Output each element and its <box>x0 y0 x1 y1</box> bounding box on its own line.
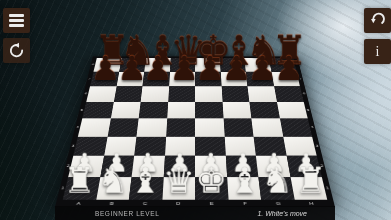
redo-rotate-icon <box>369 12 386 29</box>
piece-black-pawn[interactable]: ♟ <box>117 53 143 85</box>
square-f5[interactable] <box>222 102 251 119</box>
info-icon: i <box>376 45 380 59</box>
square-g7[interactable]: ♟ <box>246 72 274 87</box>
piece-white-rook[interactable]: ♜ <box>63 164 96 198</box>
square-a1[interactable]: ♜ <box>63 177 100 200</box>
piece-white-queen[interactable]: ♛ <box>162 164 195 198</box>
square-e1[interactable]: ♚ <box>195 177 228 200</box>
square-d5[interactable] <box>167 102 195 119</box>
square-d1[interactable]: ♛ <box>162 177 195 200</box>
square-e4[interactable] <box>195 118 224 136</box>
piece-black-pawn[interactable]: ♟ <box>90 53 116 85</box>
square-f7[interactable]: ♟ <box>220 72 247 87</box>
piece-black-pawn[interactable]: ♟ <box>169 53 195 85</box>
square-c7[interactable]: ♟ <box>143 72 170 87</box>
square-h5[interactable] <box>277 102 308 119</box>
board-grid: ♜♞♝♛♚♝♞♜♟♟♟♟♟♟♟♟♟♟♟♟♟♟♟♟♜♞♝♛♚♝♞♜ <box>63 58 328 200</box>
square-c1[interactable]: ♝ <box>129 177 163 200</box>
square-a6[interactable] <box>86 86 116 102</box>
piece-white-knight[interactable]: ♞ <box>261 164 294 198</box>
piece-white-knight[interactable]: ♞ <box>96 164 129 198</box>
piece-black-pawn[interactable]: ♟ <box>221 53 247 85</box>
square-e7[interactable]: ♟ <box>195 72 221 87</box>
square-h6[interactable] <box>274 86 304 102</box>
square-c6[interactable] <box>141 86 169 102</box>
piece-black-pawn[interactable]: ♟ <box>195 53 221 85</box>
square-b4[interactable] <box>107 118 138 136</box>
square-f6[interactable] <box>221 86 249 102</box>
square-a4[interactable] <box>78 118 111 136</box>
difficulty-level-label: BEGINNER LEVEL <box>95 210 159 217</box>
square-g5[interactable] <box>249 102 279 119</box>
square-g6[interactable] <box>247 86 276 102</box>
status-bar: BEGINNER LEVEL 1. White's move <box>55 206 335 220</box>
redo-button[interactable] <box>364 8 391 33</box>
square-d6[interactable] <box>168 86 195 102</box>
undo-button[interactable] <box>3 38 30 63</box>
square-c5[interactable] <box>139 102 168 119</box>
square-h1[interactable]: ♜ <box>290 177 327 200</box>
piece-white-rook[interactable]: ♜ <box>294 164 327 198</box>
square-b5[interactable] <box>110 102 140 119</box>
move-turn-label: 1. White's move <box>257 210 307 217</box>
square-f1[interactable]: ♝ <box>227 177 261 200</box>
game-screen: i ♜♞♝♛♚♝♞♜♟♟♟♟♟♟♟♟♟♟♟♟♟♟♟♟♜♞♝♛♚♝♞♜ 87654… <box>0 0 391 220</box>
piece-white-bishop[interactable]: ♝ <box>129 164 162 198</box>
hamburger-menu-icon <box>9 14 24 27</box>
square-h4[interactable] <box>280 118 313 136</box>
menu-button[interactable] <box>3 8 30 33</box>
square-f4[interactable] <box>223 118 253 136</box>
piece-white-king[interactable]: ♚ <box>195 164 228 198</box>
square-b6[interactable] <box>113 86 142 102</box>
square-b7[interactable]: ♟ <box>116 72 144 87</box>
piece-white-bishop[interactable]: ♝ <box>228 164 261 198</box>
board-wrapper: ♜♞♝♛♚♝♞♜♟♟♟♟♟♟♟♟♟♟♟♟♟♟♟♟♜♞♝♛♚♝♞♜ 8765432… <box>55 0 335 207</box>
square-b1[interactable]: ♞ <box>96 177 132 200</box>
square-c4[interactable] <box>136 118 166 136</box>
square-a7[interactable]: ♟ <box>90 72 119 87</box>
square-e5[interactable] <box>195 102 223 119</box>
piece-black-pawn[interactable]: ♟ <box>273 53 299 85</box>
chess-board[interactable]: ♜♞♝♛♚♝♞♜♟♟♟♟♟♟♟♟♟♟♟♟♟♟♟♟♜♞♝♛♚♝♞♜ 8765432… <box>55 56 335 207</box>
square-a5[interactable] <box>82 102 113 119</box>
square-e6[interactable] <box>195 86 222 102</box>
piece-black-pawn[interactable]: ♟ <box>247 53 273 85</box>
square-g1[interactable]: ♞ <box>258 177 294 200</box>
undo-rotate-icon <box>8 42 25 59</box>
square-d7[interactable]: ♟ <box>169 72 195 87</box>
square-d4[interactable] <box>166 118 195 136</box>
piece-black-pawn[interactable]: ♟ <box>143 53 169 85</box>
square-g4[interactable] <box>251 118 282 136</box>
info-button[interactable]: i <box>364 39 391 64</box>
square-h7[interactable]: ♟ <box>271 72 300 87</box>
